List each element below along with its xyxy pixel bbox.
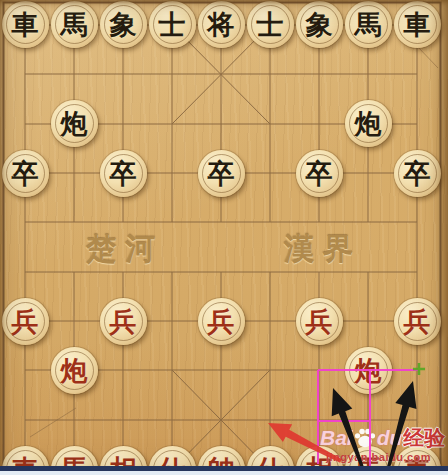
xiangqi-board-screenshot: 楚河 漢界 車馬象士将士象馬車炮炮卒卒卒卒卒兵兵兵兵兵炮炮車馬相仕帥仕相馬車 B… — [0, 0, 448, 475]
move-arrows — [0, 0, 448, 475]
black-arrow-right — [387, 381, 417, 469]
red-arrow — [268, 423, 342, 463]
bottom-light-strip — [0, 471, 448, 475]
